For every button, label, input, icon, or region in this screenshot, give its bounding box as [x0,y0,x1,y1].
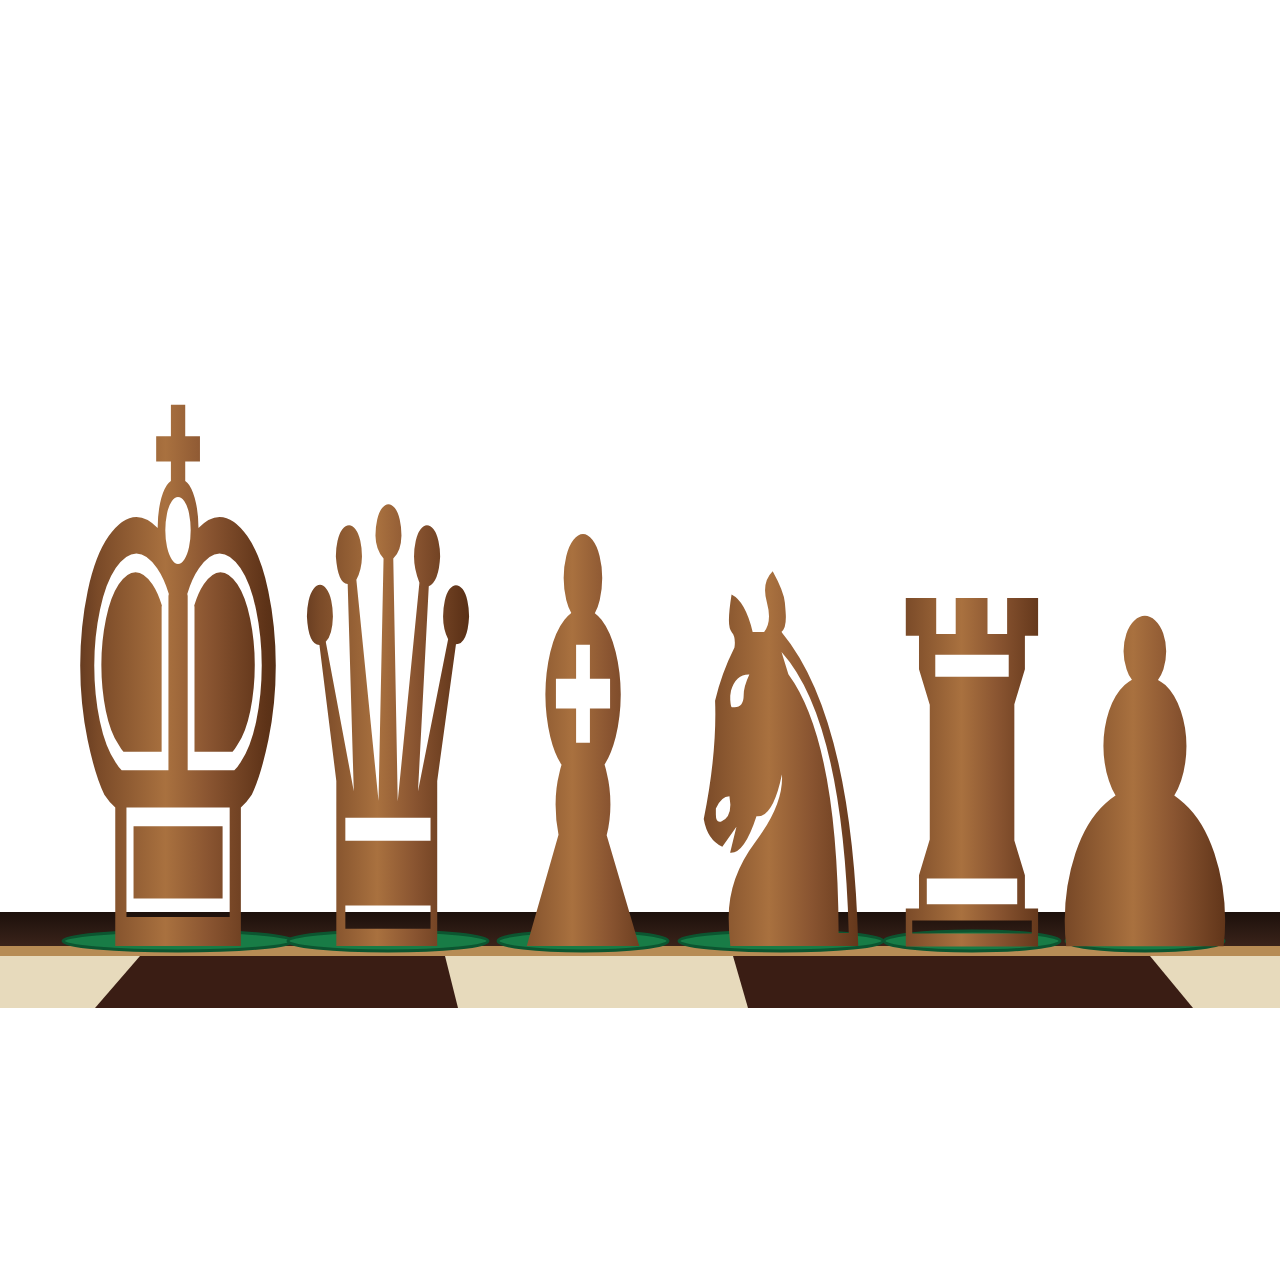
piece-pawn: ♟ [1025,526,1265,1053]
piece-king: ♚ [53,258,303,1121]
product-photo-chess-pieces: ♚ ♛ ♝ ♞ ♜ ♟ [0,0,1280,1280]
piece-queen: ♛ [280,385,495,1090]
chess-scene: ♚ ♛ ♝ ♞ ♜ ♟ [0,0,1280,1280]
piece-bishop: ♝ [475,423,690,1079]
